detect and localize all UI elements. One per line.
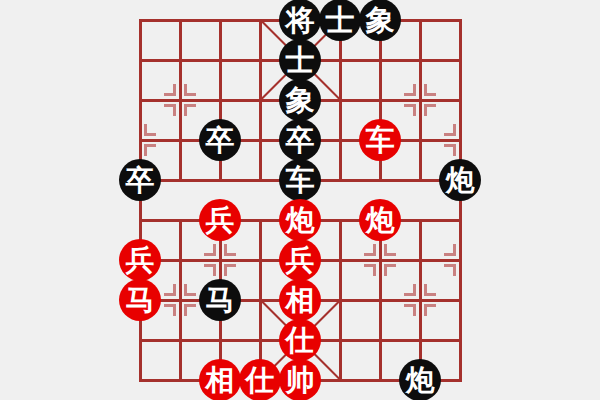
board-point[interactable] (120, 200, 160, 240)
board-point[interactable] (240, 160, 280, 200)
board-point[interactable] (440, 320, 480, 360)
board-point[interactable] (160, 160, 200, 200)
board-point[interactable] (120, 320, 160, 360)
piece-red-advisor[interactable]: 仕 (239, 359, 281, 400)
piece-black-soldier[interactable]: 卒 (119, 159, 161, 201)
board-point[interactable] (400, 280, 440, 320)
piece-red-soldier[interactable]: 兵 (279, 239, 321, 281)
board-point[interactable] (240, 0, 280, 40)
board-point[interactable] (240, 320, 280, 360)
board-point[interactable] (320, 120, 360, 160)
piece-red-advisor[interactable]: 仕 (279, 319, 321, 361)
piece-black-advisor[interactable]: 士 (319, 0, 361, 41)
piece-black-advisor[interactable]: 士 (279, 39, 321, 81)
board-point[interactable] (400, 120, 440, 160)
board-point[interactable] (120, 0, 160, 40)
board-point[interactable] (200, 320, 240, 360)
xiangqi-screen: 将士象士象卒卒车卒车炮兵炮炮兵兵马马相仕相仕帅炮 (0, 0, 600, 400)
piece-red-cannon[interactable]: 炮 (279, 199, 321, 241)
piece-red-chariot[interactable]: 车 (359, 119, 401, 161)
board-point[interactable] (160, 280, 200, 320)
board-point[interactable] (240, 40, 280, 80)
board-point[interactable] (160, 120, 200, 160)
board-point[interactable] (200, 160, 240, 200)
board-point[interactable] (320, 200, 360, 240)
board-point[interactable] (120, 360, 160, 400)
piece-red-elephant[interactable]: 相 (279, 279, 321, 321)
board-point[interactable] (320, 80, 360, 120)
board-point[interactable] (320, 320, 360, 360)
board-point[interactable] (440, 240, 480, 280)
board-point[interactable] (320, 280, 360, 320)
piece-red-cannon[interactable]: 炮 (359, 199, 401, 241)
board-point[interactable] (120, 120, 160, 160)
piece-black-horse[interactable]: 马 (199, 279, 241, 321)
board-point[interactable] (440, 280, 480, 320)
xiangqi-board: 将士象士象卒卒车卒车炮兵炮炮兵兵马马相仕相仕帅炮 (120, 0, 480, 400)
piece-red-elephant[interactable]: 相 (199, 359, 241, 400)
board-point[interactable] (440, 200, 480, 240)
board-point[interactable] (360, 160, 400, 200)
piece-red-soldier[interactable]: 兵 (199, 199, 241, 241)
piece-red-horse[interactable]: 马 (119, 279, 161, 321)
piece-black-chariot[interactable]: 车 (279, 159, 321, 201)
board-point[interactable] (160, 40, 200, 80)
board-point[interactable] (160, 0, 200, 40)
piece-black-elephant[interactable]: 象 (359, 0, 401, 41)
board-point[interactable] (320, 40, 360, 80)
board-point[interactable] (400, 320, 440, 360)
board-point[interactable] (200, 240, 240, 280)
board-point[interactable] (400, 0, 440, 40)
board-point[interactable] (440, 360, 480, 400)
board-point[interactable] (400, 40, 440, 80)
board-point[interactable] (360, 80, 400, 120)
board-point[interactable] (160, 240, 200, 280)
board-point[interactable] (400, 160, 440, 200)
board-point[interactable] (200, 40, 240, 80)
board-point[interactable] (320, 160, 360, 200)
piece-black-cannon[interactable]: 炮 (399, 359, 441, 400)
board-point[interactable] (440, 120, 480, 160)
board-point[interactable] (240, 80, 280, 120)
piece-black-cannon[interactable]: 炮 (439, 159, 481, 201)
piece-black-elephant[interactable]: 象 (279, 79, 321, 121)
board-point[interactable] (400, 240, 440, 280)
piece-black-soldier[interactable]: 卒 (199, 119, 241, 161)
board-point[interactable] (400, 200, 440, 240)
board-point[interactable] (160, 360, 200, 400)
piece-black-general[interactable]: 将 (279, 0, 321, 41)
board-point[interactable] (120, 80, 160, 120)
board-point[interactable] (440, 40, 480, 80)
board-point[interactable] (400, 80, 440, 120)
board-point[interactable] (360, 280, 400, 320)
piece-red-general[interactable]: 帅 (279, 359, 321, 400)
board-point[interactable] (240, 240, 280, 280)
board-point[interactable] (240, 120, 280, 160)
board-point[interactable] (160, 320, 200, 360)
board-point[interactable] (440, 80, 480, 120)
board-point[interactable] (160, 200, 200, 240)
board-point[interactable] (120, 40, 160, 80)
board-point[interactable] (200, 0, 240, 40)
board-point[interactable] (360, 240, 400, 280)
piece-black-soldier[interactable]: 卒 (279, 119, 321, 161)
board-point[interactable] (360, 360, 400, 400)
board-point[interactable] (360, 40, 400, 80)
board-point[interactable] (320, 240, 360, 280)
piece-red-soldier[interactable]: 兵 (119, 239, 161, 281)
board-point[interactable] (240, 200, 280, 240)
board-point[interactable] (320, 360, 360, 400)
board-point[interactable] (200, 80, 240, 120)
board-point[interactable] (360, 320, 400, 360)
board-point[interactable] (440, 0, 480, 40)
board-point[interactable] (240, 280, 280, 320)
board-point[interactable] (160, 80, 200, 120)
